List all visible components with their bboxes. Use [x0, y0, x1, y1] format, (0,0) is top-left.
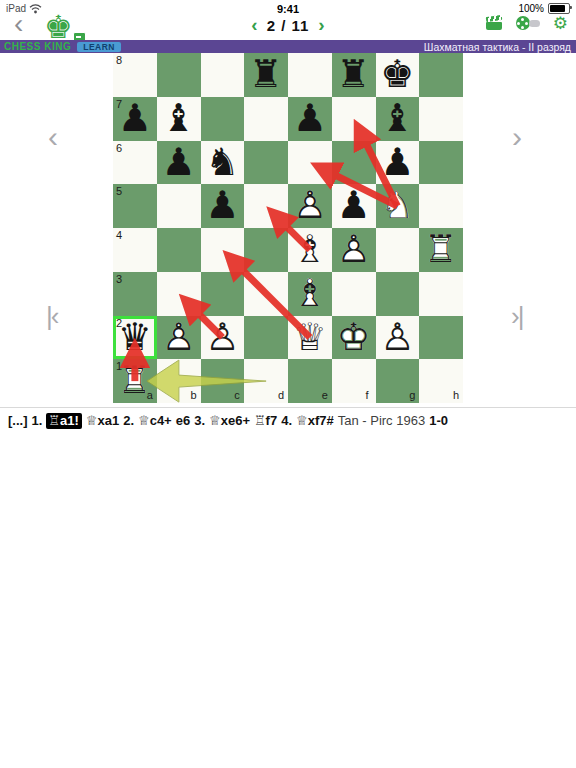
piece-black-q-a2[interactable]: ♛	[113, 315, 157, 359]
brand-bar: CHESS KING LEARN Шахматная тактика - II …	[0, 40, 576, 53]
move-token[interactable]: 4.	[281, 413, 292, 428]
file-label-d: d	[278, 389, 284, 401]
square-d5[interactable]	[244, 184, 288, 228]
autoplay-toggle[interactable]	[516, 16, 540, 30]
square-d2[interactable]	[244, 316, 288, 360]
side-next-button[interactable]: ›	[512, 122, 522, 152]
nav-bar: ‹ ♚ ‹2 / 11› ⚙	[0, 12, 576, 40]
move-token[interactable]: 3.	[194, 413, 205, 428]
square-b5[interactable]	[157, 184, 201, 228]
piece-black-r-d8[interactable]: ♜	[244, 52, 288, 96]
square-f7[interactable]	[332, 97, 376, 141]
square-h5[interactable]	[419, 184, 463, 228]
piece-white-p-b2[interactable]: ♟♙	[157, 315, 201, 359]
piece-black-b-b7[interactable]: ♝	[157, 96, 201, 140]
piece-white-r-a1[interactable]: ♜♖	[113, 358, 157, 402]
rank-label-5: 5	[116, 185, 122, 197]
piece-white-p-f4[interactable]: ♟♙	[332, 227, 376, 271]
move-token[interactable]: 1.	[32, 413, 43, 428]
piece-white-b-e3[interactable]: ♝♗	[288, 271, 332, 315]
chess-board[interactable]: 87654321abcdefgh♜♜♚♟♝♟♝♟♞♟♟♟♙♟♞♘♝♗♟♙♜♖♝♗…	[113, 53, 463, 403]
square-c3[interactable]	[201, 272, 245, 316]
move-token[interactable]: 2.	[123, 413, 134, 428]
skip-to-end-button[interactable]: ›|	[511, 303, 522, 329]
move-token[interactable]: e6	[176, 413, 190, 428]
square-g3[interactable]	[376, 272, 420, 316]
square-h8[interactable]	[419, 53, 463, 97]
piece-black-p-c5[interactable]: ♟	[201, 183, 245, 227]
square-h7[interactable]	[419, 97, 463, 141]
piece-black-p-e7[interactable]: ♟	[288, 96, 332, 140]
piece-white-k-f2[interactable]: ♚♔	[332, 315, 376, 359]
move-token[interactable]: ♕xe6+	[209, 413, 250, 428]
square-g4[interactable]	[376, 228, 420, 272]
piece-black-p-f5[interactable]: ♟	[332, 183, 376, 227]
move-token[interactable]: Tan - Pirc 1963	[338, 413, 425, 428]
square-h6[interactable]	[419, 141, 463, 185]
square-f3[interactable]	[332, 272, 376, 316]
square-b4[interactable]	[157, 228, 201, 272]
puzzle-counter: 2 / 11	[267, 17, 310, 34]
piece-white-p-c2[interactable]: ♟♙	[201, 315, 245, 359]
move-notation-line[interactable]: [...]1.♖a1!♕xa12.♕c4+e63.♕xe6+♖f74.♕xf7#…	[8, 411, 572, 430]
toggle-switch	[529, 20, 540, 27]
square-e8[interactable]	[288, 53, 332, 97]
square-c7[interactable]	[201, 97, 245, 141]
animation-icon[interactable]	[486, 16, 503, 30]
separator-line	[0, 407, 576, 408]
move-token[interactable]: ♕xf7#	[296, 413, 334, 428]
piece-black-p-g6[interactable]: ♟	[376, 140, 420, 184]
reel-icon	[516, 16, 530, 30]
file-label-g: g	[409, 389, 415, 401]
piece-black-k-g8[interactable]: ♚	[376, 52, 420, 96]
square-c8[interactable]	[201, 53, 245, 97]
piece-black-n-c6[interactable]: ♞	[201, 140, 245, 184]
move-token[interactable]: ♖f7	[254, 413, 277, 428]
piece-white-p-g2[interactable]: ♟♙	[376, 315, 420, 359]
piece-white-n-g5[interactable]: ♞♘	[376, 183, 420, 227]
rank-label-8: 8	[116, 54, 122, 66]
current-move-highlighted[interactable]: ♖a1!	[46, 413, 81, 429]
square-d7[interactable]	[244, 97, 288, 141]
square-d3[interactable]	[244, 272, 288, 316]
course-title: Шахматная тактика - II разряд	[424, 41, 571, 53]
square-d6[interactable]	[244, 141, 288, 185]
piece-black-b-g7[interactable]: ♝	[376, 96, 420, 140]
rank-label-3: 3	[116, 273, 122, 285]
square-b3[interactable]	[157, 272, 201, 316]
square-b8[interactable]	[157, 53, 201, 97]
settings-gear-icon[interactable]: ⚙	[553, 16, 568, 30]
piece-white-b-e4[interactable]: ♝♗	[288, 227, 332, 271]
move-token[interactable]: 1-0	[429, 413, 448, 428]
move-token[interactable]: ♕c4+	[138, 413, 172, 428]
piece-white-r-h4[interactable]: ♜♖	[419, 227, 463, 271]
move-token[interactable]: [...]	[8, 413, 28, 428]
file-label-e: e	[322, 389, 328, 401]
skip-to-start-button[interactable]: |‹	[46, 303, 57, 329]
file-label-b: b	[191, 389, 197, 401]
move-token[interactable]: ♕xa1	[86, 413, 119, 428]
piece-white-q-e2[interactable]: ♛♕	[288, 315, 332, 359]
prev-puzzle-button[interactable]: ‹	[251, 14, 257, 35]
square-d4[interactable]	[244, 228, 288, 272]
rank-label-4: 4	[116, 229, 122, 241]
piece-white-p-e5[interactable]: ♟♙	[288, 183, 332, 227]
learn-badge: LEARN	[77, 42, 121, 52]
file-label-c: c	[234, 389, 240, 401]
app-screen: iPad 9:41 100% ‹ ♚ ‹2 / 11› ⚙	[0, 0, 576, 768]
rank-label-6: 6	[116, 142, 122, 154]
square-e6[interactable]	[288, 141, 332, 185]
file-label-h: h	[453, 389, 459, 401]
square-c4[interactable]	[201, 228, 245, 272]
piece-black-r-f8[interactable]: ♜	[332, 52, 376, 96]
square-f6[interactable]	[332, 141, 376, 185]
square-h3[interactable]	[419, 272, 463, 316]
file-label-f: f	[366, 389, 369, 401]
piece-black-p-a7[interactable]: ♟	[113, 96, 157, 140]
brand-name: CHESS KING	[4, 41, 71, 52]
square-h2[interactable]	[419, 316, 463, 360]
piece-black-p-b6[interactable]: ♟	[157, 140, 201, 184]
next-puzzle-button[interactable]: ›	[318, 14, 324, 35]
side-prev-button[interactable]: ‹	[48, 122, 58, 152]
